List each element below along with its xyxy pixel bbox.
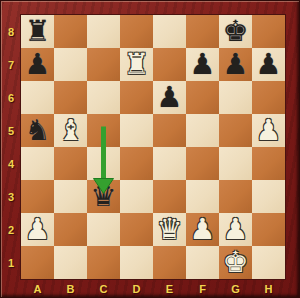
square-f4[interactable] — [186, 147, 219, 180]
rank-label-7: 7 — [1, 48, 21, 81]
piece-white-rook: ♜ — [120, 48, 153, 81]
square-f2[interactable]: ♟ — [186, 213, 219, 246]
square-e7[interactable] — [153, 48, 186, 81]
square-e3[interactable] — [153, 180, 186, 213]
square-h3[interactable] — [252, 180, 285, 213]
piece-black-queen: ♛ — [87, 180, 120, 213]
square-g4[interactable] — [219, 147, 252, 180]
square-b1[interactable] — [54, 246, 87, 279]
piece-black-pawn: ♟ — [252, 48, 285, 81]
piece-white-bishop: ♝ — [54, 114, 87, 147]
square-a2[interactable]: ♟ — [21, 213, 54, 246]
square-e1[interactable] — [153, 246, 186, 279]
square-h8[interactable] — [252, 15, 285, 48]
square-g7[interactable]: ♟ — [219, 48, 252, 81]
square-d6[interactable] — [120, 81, 153, 114]
square-h5[interactable]: ♟ — [252, 114, 285, 147]
square-g3[interactable] — [219, 180, 252, 213]
piece-black-pawn: ♟ — [219, 48, 252, 81]
square-e5[interactable] — [153, 114, 186, 147]
file-label-c: C — [87, 279, 120, 298]
piece-white-king: ♚ — [219, 246, 252, 279]
piece-white-queen: ♛ — [153, 213, 186, 246]
piece-white-pawn: ♟ — [21, 213, 54, 246]
chess-diagram: 87654321 ♜♚♟♜♟♟♟♟♞♝♟♛♟♛♟♟♚ ABCDEFGH — [0, 0, 300, 298]
file-labels: ABCDEFGH — [21, 279, 285, 298]
square-g5[interactable] — [219, 114, 252, 147]
file-label-a: A — [21, 279, 54, 298]
rank-label-3: 3 — [1, 180, 21, 213]
square-g2[interactable]: ♟ — [219, 213, 252, 246]
square-b8[interactable] — [54, 15, 87, 48]
square-f3[interactable] — [186, 180, 219, 213]
square-b2[interactable] — [54, 213, 87, 246]
piece-black-knight: ♞ — [21, 114, 54, 147]
square-c3[interactable]: ♛ — [87, 180, 120, 213]
square-h7[interactable]: ♟ — [252, 48, 285, 81]
file-label-e: E — [153, 279, 186, 298]
square-g6[interactable] — [219, 81, 252, 114]
piece-black-king: ♚ — [219, 15, 252, 48]
file-label-d: D — [120, 279, 153, 298]
file-label-b: B — [54, 279, 87, 298]
rank-label-2: 2 — [1, 213, 21, 246]
square-b7[interactable] — [54, 48, 87, 81]
square-c2[interactable] — [87, 213, 120, 246]
square-c4[interactable] — [87, 147, 120, 180]
square-a5[interactable]: ♞ — [21, 114, 54, 147]
file-label-f: F — [186, 279, 219, 298]
square-a3[interactable] — [21, 180, 54, 213]
square-e6[interactable]: ♟ — [153, 81, 186, 114]
piece-black-pawn: ♟ — [186, 48, 219, 81]
square-c8[interactable] — [87, 15, 120, 48]
file-label-g: G — [219, 279, 252, 298]
square-g8[interactable]: ♚ — [219, 15, 252, 48]
square-d1[interactable] — [120, 246, 153, 279]
square-h2[interactable] — [252, 213, 285, 246]
square-d7[interactable]: ♜ — [120, 48, 153, 81]
square-a8[interactable]: ♜ — [21, 15, 54, 48]
square-f7[interactable]: ♟ — [186, 48, 219, 81]
square-d3[interactable] — [120, 180, 153, 213]
piece-black-pawn: ♟ — [153, 81, 186, 114]
square-b5[interactable]: ♝ — [54, 114, 87, 147]
square-a4[interactable] — [21, 147, 54, 180]
square-f1[interactable] — [186, 246, 219, 279]
square-b4[interactable] — [54, 147, 87, 180]
rank-label-4: 4 — [1, 147, 21, 180]
square-f5[interactable] — [186, 114, 219, 147]
square-e8[interactable] — [153, 15, 186, 48]
square-h1[interactable] — [252, 246, 285, 279]
rank-label-6: 6 — [1, 81, 21, 114]
chess-board: ♜♚♟♜♟♟♟♟♞♝♟♛♟♛♟♟♚ — [21, 15, 285, 279]
piece-white-pawn: ♟ — [252, 114, 285, 147]
piece-white-pawn: ♟ — [186, 213, 219, 246]
rank-label-5: 5 — [1, 114, 21, 147]
square-c1[interactable] — [87, 246, 120, 279]
rank-label-8: 8 — [1, 15, 21, 48]
square-b6[interactable] — [54, 81, 87, 114]
square-a7[interactable]: ♟ — [21, 48, 54, 81]
square-c5[interactable] — [87, 114, 120, 147]
square-a6[interactable] — [21, 81, 54, 114]
square-c7[interactable] — [87, 48, 120, 81]
square-b3[interactable] — [54, 180, 87, 213]
square-g1[interactable]: ♚ — [219, 246, 252, 279]
square-f6[interactable] — [186, 81, 219, 114]
piece-white-pawn: ♟ — [219, 213, 252, 246]
square-e2[interactable]: ♛ — [153, 213, 186, 246]
square-a1[interactable] — [21, 246, 54, 279]
square-d2[interactable] — [120, 213, 153, 246]
square-h6[interactable] — [252, 81, 285, 114]
piece-black-rook: ♜ — [21, 15, 54, 48]
square-f8[interactable] — [186, 15, 219, 48]
square-d5[interactable] — [120, 114, 153, 147]
rank-labels: 87654321 — [1, 15, 21, 279]
rank-label-1: 1 — [1, 246, 21, 279]
square-h4[interactable] — [252, 147, 285, 180]
square-d4[interactable] — [120, 147, 153, 180]
file-label-h: H — [252, 279, 285, 298]
square-c6[interactable] — [87, 81, 120, 114]
square-e4[interactable] — [153, 147, 186, 180]
square-d8[interactable] — [120, 15, 153, 48]
piece-black-pawn: ♟ — [21, 48, 54, 81]
